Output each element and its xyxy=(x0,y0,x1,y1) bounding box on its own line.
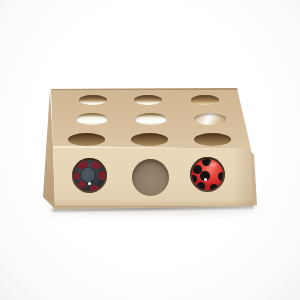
top-hole-row2-col1 xyxy=(76,113,108,125)
front-hole-left xyxy=(72,158,107,193)
box-top-face xyxy=(50,88,252,150)
front-hole-right xyxy=(190,157,225,192)
top-hole-row3-col3 xyxy=(194,133,231,146)
ball-spot xyxy=(78,181,86,188)
product-photo xyxy=(0,0,300,300)
ball-spot xyxy=(91,161,101,169)
front-right-shading xyxy=(233,146,253,209)
top-hole-row2-col3 xyxy=(194,113,226,125)
ball-glare xyxy=(209,162,217,167)
top-hole-row3-col1 xyxy=(68,133,105,146)
red-spotted-ball xyxy=(192,159,223,190)
ball-spot xyxy=(192,175,197,183)
box-top-back-edge xyxy=(51,88,238,90)
top-hole-row3-col2 xyxy=(131,133,168,146)
ball-spot xyxy=(90,185,99,191)
ball-spot xyxy=(218,172,223,181)
ball-spot xyxy=(197,182,205,190)
ball-center-hole xyxy=(81,168,95,182)
ball-spot xyxy=(98,171,105,180)
ball-highlight xyxy=(204,178,207,181)
top-hole-row1-col1 xyxy=(79,95,107,105)
ball-spot xyxy=(74,172,80,180)
ball-highlight xyxy=(88,182,91,185)
top-hole-row1-col3 xyxy=(191,95,219,105)
dark-spotted-ball xyxy=(74,160,105,191)
top-hole-row2-col2 xyxy=(135,113,167,125)
top-hole-row1-col2 xyxy=(134,95,162,105)
box-front-face xyxy=(53,146,253,209)
front-hole-middle-empty xyxy=(132,159,169,196)
ball-spot xyxy=(210,184,218,190)
